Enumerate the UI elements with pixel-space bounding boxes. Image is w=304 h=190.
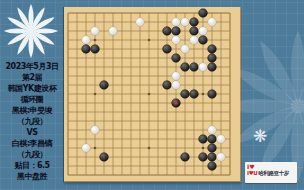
info-line: 黑中盘胜 bbox=[17, 171, 47, 182]
stone-black bbox=[181, 90, 190, 99]
stone-white bbox=[181, 45, 190, 54]
info-lines: 2023年5月3日第2届韩国YK建设杯循环圈黑棋:申旻埈（九段）VS白棋:李昌镐… bbox=[0, 61, 64, 182]
stone-white bbox=[109, 27, 118, 36]
stone-black bbox=[190, 63, 199, 72]
stone-black bbox=[190, 27, 199, 36]
stone-black bbox=[208, 54, 217, 63]
screenshot-root[interactable]: 2023年5月3日第2届韩国YK建设杯循环圈黑棋:申旻埈（九段）VS白棋:李昌镐… bbox=[0, 0, 304, 190]
info-line: 循环圈 bbox=[21, 94, 44, 105]
info-line: （九段） bbox=[17, 116, 47, 127]
stone-black bbox=[208, 63, 217, 72]
badge-heart: I♥ bbox=[247, 163, 295, 170]
stone-black bbox=[100, 153, 109, 162]
stone-white bbox=[172, 36, 181, 45]
stone-white bbox=[172, 18, 181, 27]
stone-black bbox=[163, 81, 172, 90]
stone-white bbox=[172, 81, 181, 90]
stone-black bbox=[172, 27, 181, 36]
info-line: VS bbox=[27, 127, 38, 138]
stone-black bbox=[172, 54, 181, 63]
stone-black bbox=[91, 45, 100, 54]
badge-heart-prefix: I♥U bbox=[247, 170, 257, 176]
stone-white bbox=[199, 27, 208, 36]
info-line: （九段） bbox=[17, 149, 47, 160]
info-panel: 2023年5月3日第2届韩国YK建设杯循环圈黑棋:申旻埈（九段）VS白棋:李昌镐… bbox=[0, 0, 64, 190]
stone-white bbox=[199, 63, 208, 72]
stone-black bbox=[190, 90, 199, 99]
stone-white bbox=[136, 18, 145, 27]
stone-black bbox=[208, 144, 217, 153]
right-panel: ❋ I♥ I♥U哈利路亚十岁 bbox=[240, 0, 304, 190]
stone-black bbox=[208, 153, 217, 162]
stone-black bbox=[199, 36, 208, 45]
stone-black bbox=[163, 27, 172, 36]
stone-black bbox=[163, 45, 172, 54]
stone-black bbox=[199, 135, 208, 144]
stone-black bbox=[208, 90, 217, 99]
stone-white bbox=[91, 27, 100, 36]
stone-black bbox=[190, 18, 199, 27]
info-line: 2023年5月3日 bbox=[6, 61, 59, 72]
stone-white bbox=[82, 144, 91, 153]
stone-white bbox=[217, 153, 226, 162]
info-line: 韩国YK建设杯 bbox=[8, 83, 57, 94]
stone-black bbox=[208, 45, 217, 54]
channel-badge: I♥ I♥U哈利路亚十岁 bbox=[245, 162, 297, 183]
stone-black bbox=[208, 162, 217, 171]
sparkle-icon: ❋ bbox=[248, 124, 272, 148]
go-board[interactable] bbox=[64, 7, 241, 182]
stone-white bbox=[82, 36, 91, 45]
flower-logo-icon bbox=[2, 2, 60, 60]
stone-white bbox=[172, 72, 181, 81]
stone-white bbox=[190, 36, 199, 45]
stone-black bbox=[181, 63, 190, 72]
stone-black bbox=[199, 9, 208, 18]
badge-text: I♥U哈利路亚十岁 bbox=[247, 170, 295, 177]
stone-black bbox=[82, 45, 91, 54]
info-line: 贴目：6.5 bbox=[14, 160, 49, 171]
stone-white bbox=[91, 126, 100, 135]
stone-white bbox=[181, 18, 190, 27]
stone-black bbox=[100, 81, 109, 90]
info-line: 第2届 bbox=[22, 72, 42, 83]
stone-black bbox=[199, 153, 208, 162]
go-board-grid bbox=[64, 7, 240, 181]
badge-channel-name: 哈利路亚十岁 bbox=[258, 170, 289, 176]
info-line: 白棋:李昌镐 bbox=[12, 138, 52, 149]
stone-white bbox=[208, 18, 217, 27]
info-line: 黑棋:申旻埈 bbox=[12, 105, 52, 116]
stone-white bbox=[208, 126, 217, 135]
stone-black bbox=[181, 153, 190, 162]
stone-white bbox=[217, 135, 226, 144]
stone-black bbox=[208, 135, 217, 144]
last-move-marker bbox=[174, 101, 177, 104]
